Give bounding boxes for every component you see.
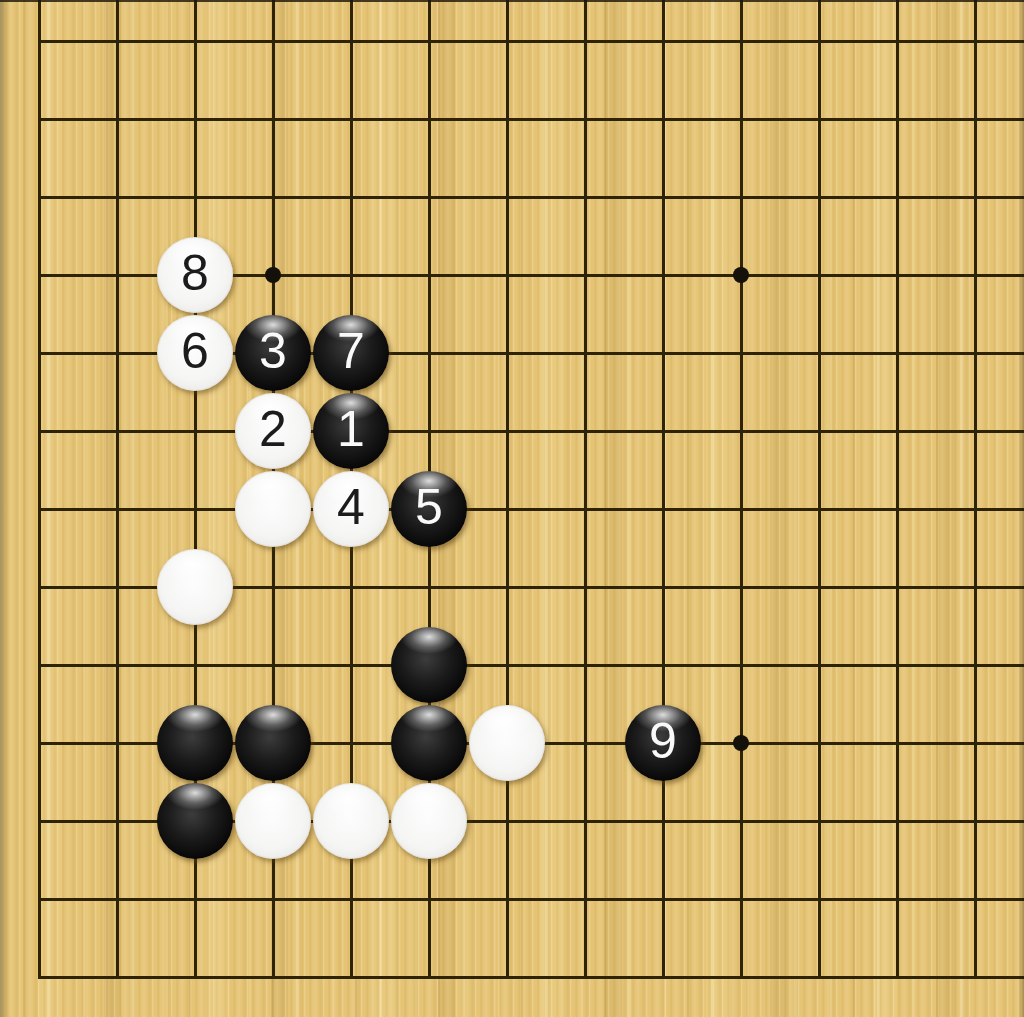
grid-line-horizontal — [38, 664, 1024, 667]
move-number: 3 — [259, 326, 287, 376]
white-stone-E3 — [313, 783, 389, 859]
move-number: 1 — [337, 404, 365, 454]
grid-line-vertical — [38, 0, 41, 979]
board-left-edge-shade — [0, 0, 10, 1017]
move-number: 9 — [649, 716, 677, 766]
star-point — [265, 267, 281, 283]
grid-line-vertical — [584, 0, 587, 979]
white-stone-E7: 4 — [313, 471, 389, 547]
black-stone-F5 — [391, 627, 467, 703]
grid-line-vertical — [974, 0, 977, 979]
black-stone-E8: 1 — [313, 393, 389, 469]
grid-line-vertical — [818, 0, 821, 979]
grid-line-horizontal — [38, 898, 1024, 901]
move-number: 8 — [181, 248, 209, 298]
white-stone-C6 — [157, 549, 233, 625]
move-number: 4 — [337, 482, 365, 532]
grid-line-vertical — [506, 0, 509, 979]
star-point — [733, 735, 749, 751]
move-number: 7 — [337, 326, 365, 376]
grid-line-horizontal — [38, 40, 1024, 43]
move-number: 2 — [259, 404, 287, 454]
grid-line-vertical — [896, 0, 899, 979]
white-stone-F3 — [391, 783, 467, 859]
grid-line-horizontal — [38, 508, 1024, 511]
grid-line-vertical — [116, 0, 119, 979]
white-stone-D3 — [235, 783, 311, 859]
black-stone-C4 — [157, 705, 233, 781]
board-top-cut-edge — [0, 0, 1024, 2]
grid-line-horizontal — [38, 196, 1024, 199]
black-stone-D9: 3 — [235, 315, 311, 391]
white-stone-C10: 8 — [157, 237, 233, 313]
white-stone-D7 — [235, 471, 311, 547]
black-stone-J4: 9 — [625, 705, 701, 781]
black-stone-D4 — [235, 705, 311, 781]
black-stone-F7: 5 — [391, 471, 467, 547]
move-number: 6 — [181, 326, 209, 376]
grid-line-horizontal — [38, 976, 1024, 979]
grid-line-vertical — [662, 0, 665, 979]
black-stone-E9: 7 — [313, 315, 389, 391]
grid-line-horizontal — [38, 430, 1024, 433]
go-board: 863721459 — [0, 0, 1024, 1017]
grid-line-vertical — [740, 0, 743, 979]
white-stone-D8: 2 — [235, 393, 311, 469]
white-stone-C9: 6 — [157, 315, 233, 391]
grid-line-horizontal — [38, 118, 1024, 121]
star-point — [733, 267, 749, 283]
move-number: 5 — [415, 482, 443, 532]
black-stone-F4 — [391, 705, 467, 781]
white-stone-G4 — [469, 705, 545, 781]
black-stone-C3 — [157, 783, 233, 859]
